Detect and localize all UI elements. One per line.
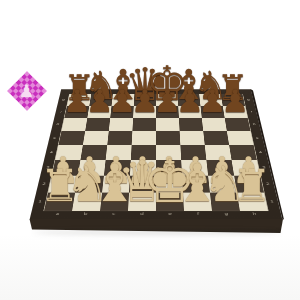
piece-white-rook: ♜ [38, 164, 82, 208]
piece-white-knight: ♞ [200, 161, 249, 210]
piece-white-rook: ♜ [230, 164, 274, 208]
piece-white-pawn: ♟ [230, 153, 267, 190]
piece-white-pawn: ♟ [45, 153, 82, 190]
piece-black-bishop: ♝ [102, 65, 143, 106]
piece-white-pawn: ♟ [124, 153, 161, 190]
piece-white-pawn: ♟ [71, 153, 108, 190]
piece-black-bishop: ♝ [168, 65, 209, 106]
piece-black-rook: ♜ [62, 70, 97, 105]
piece-white-bishop: ♝ [89, 158, 141, 210]
piece-black-knight: ♞ [191, 67, 230, 106]
piece-white-pawn: ♟ [204, 153, 241, 190]
piece-black-pawn: ♟ [197, 86, 228, 117]
piece-black-pawn: ♟ [174, 86, 205, 117]
piece-white-pawn: ♟ [177, 153, 214, 190]
piece-white-queen: ♛ [114, 154, 170, 210]
piece-black-pawn: ♟ [106, 86, 137, 117]
piece-black-pawn: ♟ [84, 86, 115, 117]
pieces-layer: ♜♞♝♛♚♝♞♜♟♟♟♟♟♟♟♟♟♟♟♟♟♟♟♟♜♞♝♛♚♝♞♜ [0, 0, 300, 300]
piece-black-pawn: ♟ [219, 86, 250, 117]
product-photo: ♟ abcdefgh 12345678 12345678 ♜♞♝♛♚♝♞♜♟♟♟… [0, 0, 300, 300]
piece-black-knight: ♞ [82, 67, 121, 106]
piece-white-knight: ♞ [63, 161, 112, 210]
piece-white-king: ♚ [140, 152, 199, 211]
piece-white-bishop: ♝ [171, 158, 223, 210]
piece-black-pawn: ♟ [152, 86, 183, 117]
piece-white-pawn: ♟ [98, 153, 135, 190]
piece-black-pawn: ♟ [61, 86, 92, 117]
piece-black-pawn: ♟ [129, 86, 160, 117]
piece-black-king: ♚ [143, 60, 190, 107]
piece-black-queen: ♛ [123, 62, 168, 107]
piece-black-rook: ♜ [215, 70, 250, 105]
piece-white-pawn: ♟ [151, 153, 188, 190]
